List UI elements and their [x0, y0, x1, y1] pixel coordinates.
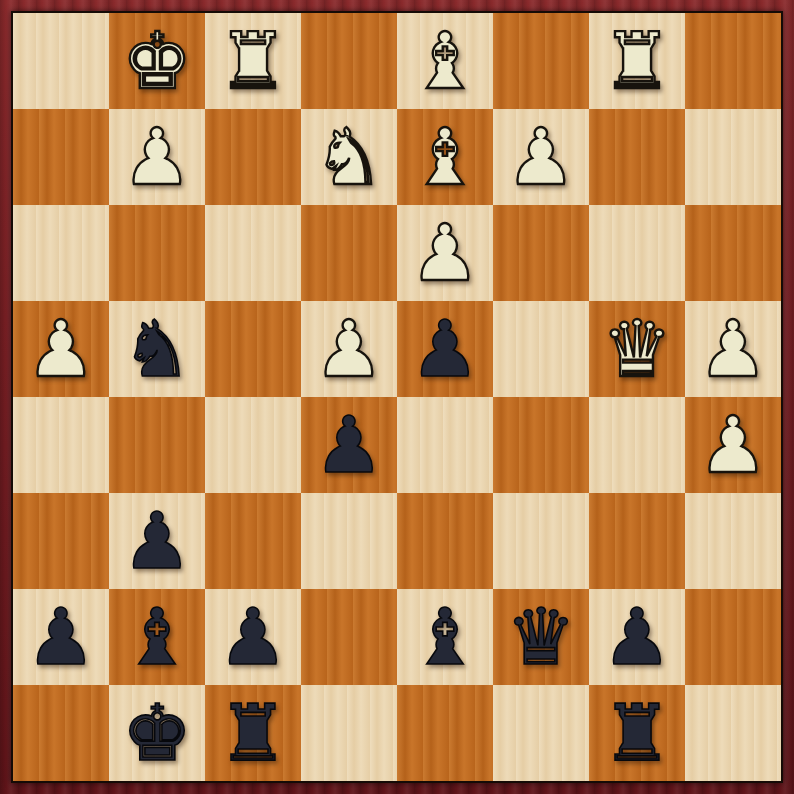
square-e4[interactable] — [397, 397, 493, 493]
square-b6[interactable] — [109, 205, 205, 301]
square-e2[interactable]: ♝ — [397, 589, 493, 685]
piece-black-pawn[interactable]: ♟ — [410, 301, 480, 397]
square-h4[interactable]: ♟ — [685, 397, 781, 493]
piece-white-pawn[interactable]: ♟ — [698, 301, 768, 397]
square-b2[interactable]: ♝ — [109, 589, 205, 685]
square-f1[interactable] — [493, 685, 589, 781]
board: ♚♜♝♜♟♞♝♟♟♟♞♟♟♛♟♟♟♟♟♝♟♝♛♟♚♜♜ — [11, 11, 783, 783]
square-f7[interactable]: ♟ — [493, 109, 589, 205]
square-b4[interactable] — [109, 397, 205, 493]
piece-black-pawn[interactable]: ♟ — [122, 493, 192, 589]
square-f5[interactable] — [493, 301, 589, 397]
square-g5[interactable]: ♛ — [589, 301, 685, 397]
piece-white-rook[interactable]: ♜ — [602, 13, 672, 109]
square-f8[interactable] — [493, 13, 589, 109]
board-frame: ♚♜♝♜♟♞♝♟♟♟♞♟♟♛♟♟♟♟♟♝♟♝♛♟♚♜♜ — [0, 0, 794, 794]
square-a6[interactable] — [13, 205, 109, 301]
square-d7[interactable]: ♞ — [301, 109, 397, 205]
square-b8[interactable]: ♚ — [109, 13, 205, 109]
square-h8[interactable] — [685, 13, 781, 109]
square-d4[interactable]: ♟ — [301, 397, 397, 493]
square-a1[interactable] — [13, 685, 109, 781]
square-d8[interactable] — [301, 13, 397, 109]
piece-black-pawn[interactable]: ♟ — [602, 589, 672, 685]
square-e7[interactable]: ♝ — [397, 109, 493, 205]
piece-black-pawn[interactable]: ♟ — [26, 589, 96, 685]
square-h3[interactable] — [685, 493, 781, 589]
square-d6[interactable] — [301, 205, 397, 301]
square-g8[interactable]: ♜ — [589, 13, 685, 109]
square-f3[interactable] — [493, 493, 589, 589]
square-g1[interactable]: ♜ — [589, 685, 685, 781]
piece-black-pawn[interactable]: ♟ — [218, 589, 288, 685]
square-c6[interactable] — [205, 205, 301, 301]
piece-white-pawn[interactable]: ♟ — [314, 301, 384, 397]
square-g6[interactable] — [589, 205, 685, 301]
square-d5[interactable]: ♟ — [301, 301, 397, 397]
square-c3[interactable] — [205, 493, 301, 589]
square-c7[interactable] — [205, 109, 301, 205]
square-h7[interactable] — [685, 109, 781, 205]
square-a2[interactable]: ♟ — [13, 589, 109, 685]
piece-black-rook[interactable]: ♜ — [602, 685, 672, 781]
square-e3[interactable] — [397, 493, 493, 589]
square-e8[interactable]: ♝ — [397, 13, 493, 109]
piece-white-pawn[interactable]: ♟ — [122, 109, 192, 205]
square-d1[interactable] — [301, 685, 397, 781]
square-g4[interactable] — [589, 397, 685, 493]
square-g7[interactable] — [589, 109, 685, 205]
square-c2[interactable]: ♟ — [205, 589, 301, 685]
square-d2[interactable] — [301, 589, 397, 685]
piece-black-bishop[interactable]: ♝ — [122, 589, 192, 685]
piece-white-pawn[interactable]: ♟ — [506, 109, 576, 205]
piece-black-knight[interactable]: ♞ — [122, 301, 192, 397]
piece-white-bishop[interactable]: ♝ — [410, 13, 480, 109]
square-h2[interactable] — [685, 589, 781, 685]
square-g3[interactable] — [589, 493, 685, 589]
piece-black-queen[interactable]: ♛ — [506, 589, 576, 685]
piece-black-king[interactable]: ♚ — [122, 685, 192, 781]
square-c1[interactable]: ♜ — [205, 685, 301, 781]
square-f6[interactable] — [493, 205, 589, 301]
square-b5[interactable]: ♞ — [109, 301, 205, 397]
square-h6[interactable] — [685, 205, 781, 301]
square-c5[interactable] — [205, 301, 301, 397]
piece-white-rook[interactable]: ♜ — [218, 13, 288, 109]
square-f4[interactable] — [493, 397, 589, 493]
square-h1[interactable] — [685, 685, 781, 781]
piece-black-pawn[interactable]: ♟ — [314, 397, 384, 493]
square-e5[interactable]: ♟ — [397, 301, 493, 397]
square-a5[interactable]: ♟ — [13, 301, 109, 397]
square-g2[interactable]: ♟ — [589, 589, 685, 685]
square-e6[interactable]: ♟ — [397, 205, 493, 301]
piece-white-king[interactable]: ♚ — [122, 13, 192, 109]
square-c4[interactable] — [205, 397, 301, 493]
square-b7[interactable]: ♟ — [109, 109, 205, 205]
square-a4[interactable] — [13, 397, 109, 493]
square-a3[interactable] — [13, 493, 109, 589]
piece-black-bishop[interactable]: ♝ — [410, 589, 480, 685]
square-c8[interactable]: ♜ — [205, 13, 301, 109]
square-h5[interactable]: ♟ — [685, 301, 781, 397]
piece-white-pawn[interactable]: ♟ — [698, 397, 768, 493]
square-b1[interactable]: ♚ — [109, 685, 205, 781]
square-a8[interactable] — [13, 13, 109, 109]
piece-white-queen[interactable]: ♛ — [602, 301, 672, 397]
piece-white-pawn[interactable]: ♟ — [26, 301, 96, 397]
piece-white-bishop[interactable]: ♝ — [410, 109, 480, 205]
square-e1[interactable] — [397, 685, 493, 781]
piece-black-rook[interactable]: ♜ — [218, 685, 288, 781]
piece-white-pawn[interactable]: ♟ — [410, 205, 480, 301]
square-f2[interactable]: ♛ — [493, 589, 589, 685]
square-d3[interactable] — [301, 493, 397, 589]
square-a7[interactable] — [13, 109, 109, 205]
square-b3[interactable]: ♟ — [109, 493, 205, 589]
piece-white-knight[interactable]: ♞ — [314, 109, 384, 205]
